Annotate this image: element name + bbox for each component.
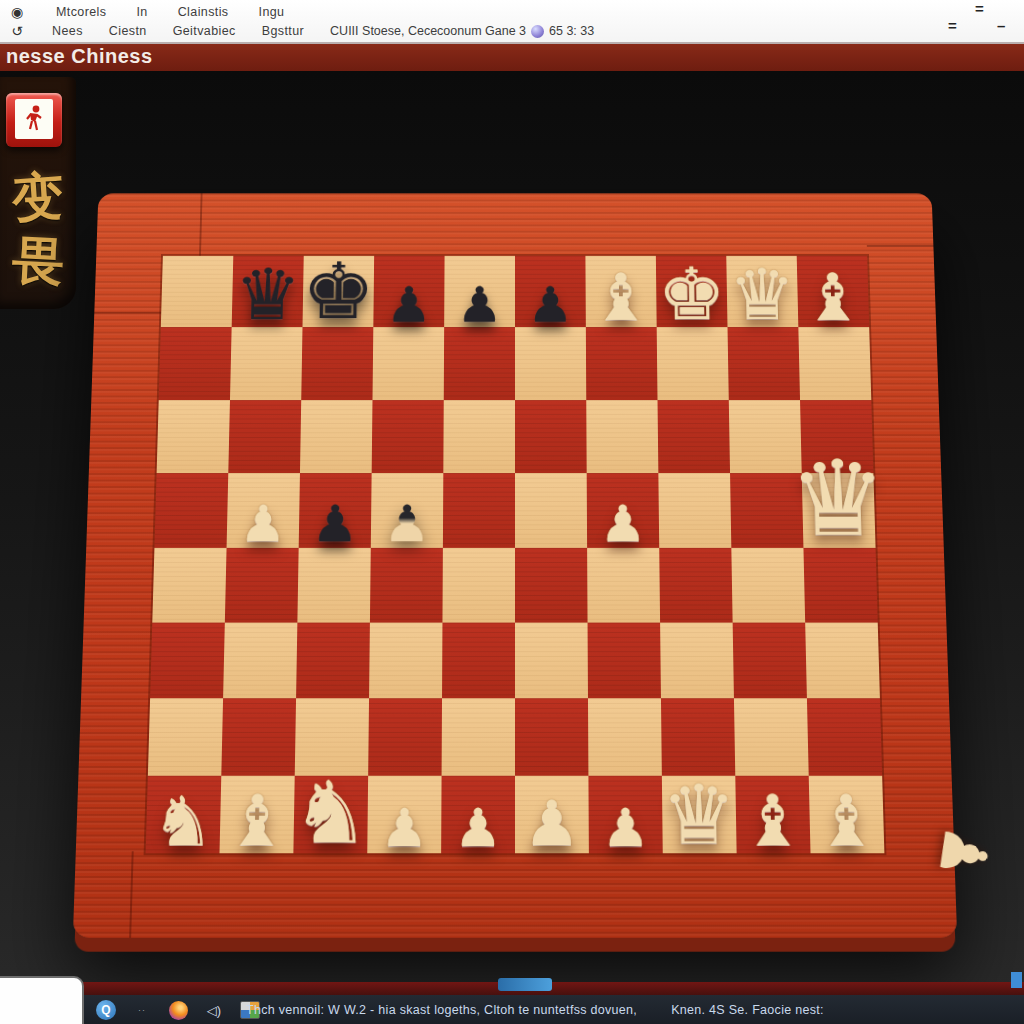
square-r0c0[interactable] <box>161 256 233 328</box>
square-r7c9[interactable]: ♝ <box>809 775 885 853</box>
piece-wB-r7c8[interactable]: ♝ <box>740 788 806 853</box>
square-r1c7[interactable] <box>657 327 729 399</box>
calligraphy-character: 畏 <box>8 226 68 299</box>
square-r0c5[interactable]: ♟ <box>515 256 586 328</box>
square-r5c2[interactable] <box>296 622 370 698</box>
window-title: nesse Chiness <box>0 45 153 68</box>
square-r6c1[interactable] <box>221 698 296 775</box>
menu-item[interactable]: Geitvabiec <box>173 24 236 38</box>
square-r3c7[interactable] <box>658 473 731 547</box>
piece-bK-r0c2[interactable]: ♚ <box>301 256 376 327</box>
mini-icon[interactable]: ·· <box>132 1000 152 1020</box>
piece-wK-r0c7[interactable]: ♚ <box>657 261 726 327</box>
square-r4c4[interactable] <box>442 547 515 622</box>
menu-item[interactable]: Bgsttur <box>262 24 304 38</box>
taskbar-message-left: Thch vennoil: W W.2 - hia skast logeths,… <box>246 1003 637 1017</box>
square-r1c5[interactable] <box>515 327 586 399</box>
piece-wN-r7c0[interactable]: ♞ <box>151 790 215 853</box>
title-bar: nesse Chiness <box>0 42 1024 71</box>
square-r5c3[interactable] <box>369 622 442 698</box>
square-r5c7[interactable] <box>660 622 734 698</box>
square-r3c1[interactable]: ♟ <box>227 473 300 547</box>
square-r3c0[interactable] <box>154 473 228 547</box>
square-r7c2[interactable]: ♞ <box>293 775 368 853</box>
volume-icon[interactable]: ◁) <box>204 1000 224 1020</box>
square-r4c6[interactable] <box>587 547 660 622</box>
square-r3c2[interactable]: ♟ <box>299 473 372 547</box>
frame-seam <box>199 193 203 255</box>
square-r7c4[interactable]: ♟ <box>441 775 515 853</box>
square-r2c0[interactable] <box>157 400 230 473</box>
square-r1c8[interactable] <box>728 327 801 399</box>
menu-bar: ◉ Mtcorels In Clainstis Ingu ↺ Nees Cies… <box>0 0 1024 44</box>
frame-seam <box>867 245 934 247</box>
piece-wP-r7c4[interactable]: ♟ <box>454 804 502 853</box>
window-control-icon[interactable]: = <box>975 0 984 17</box>
piece-wP-r7c5[interactable]: ♟ <box>523 795 580 853</box>
search-icon[interactable]: Q <box>96 1000 116 1020</box>
piece-wP-r7c3[interactable]: ♟ <box>380 804 429 853</box>
square-r4c5[interactable] <box>515 547 588 622</box>
eye-icon[interactable]: ◉ <box>8 4 26 20</box>
square-r0c2[interactable]: ♚ <box>302 256 374 328</box>
piece-bP-r0c3[interactable]: ♟ <box>386 283 433 328</box>
square-r7c7[interactable]: ♛ <box>662 775 737 853</box>
square-r2c1[interactable] <box>228 400 301 473</box>
square-r1c6[interactable] <box>586 327 658 399</box>
square-r3c6[interactable]: ♟ <box>587 473 660 547</box>
piece-wB-r7c1[interactable]: ♝ <box>224 788 290 853</box>
menu-item[interactable]: Ingu <box>259 5 285 19</box>
square-r5c5[interactable] <box>515 622 588 698</box>
window-control-icon[interactable]: = <box>948 17 957 34</box>
square-r2c7[interactable] <box>658 400 731 473</box>
square-r5c0[interactable] <box>150 622 225 698</box>
square-r1c9[interactable] <box>798 327 871 399</box>
piece-wB-r0c9[interactable]: ♝ <box>801 268 864 328</box>
red-figure-icon <box>23 104 45 134</box>
fallen-piece[interactable]: ♟ <box>924 820 1004 887</box>
menu-item[interactable]: Clainstis <box>178 5 229 19</box>
square-r2c2[interactable] <box>300 400 373 473</box>
app-icon-frame <box>15 99 53 139</box>
game-stage: 变 畏 ♛♚♟♟♟♝♚♛♝♟♟♟♟♛♞♝♞♟♟♟♟♛♝♝ ♟ <box>0 71 1024 1024</box>
square-r0c8[interactable]: ♛ <box>726 256 798 328</box>
square-r5c4[interactable] <box>442 622 515 698</box>
square-r4c7[interactable] <box>659 547 732 622</box>
square-r7c5[interactable]: ♟ <box>515 775 589 853</box>
square-r6c9[interactable] <box>807 698 882 775</box>
square-r6c0[interactable] <box>148 698 223 775</box>
square-r5c6[interactable] <box>588 622 661 698</box>
square-r5c8[interactable] <box>733 622 807 698</box>
square-r0c3[interactable]: ♟ <box>373 256 444 328</box>
undo-icon[interactable]: ↺ <box>8 23 26 39</box>
firefox-icon[interactable] <box>169 1001 188 1020</box>
piece-bP-r0c5[interactable]: ♟ <box>527 283 573 328</box>
chess-board: ♛♚♟♟♟♝♚♛♝♟♟♟♟♛♞♝♞♟♟♟♟♛♝♝ ♟ <box>73 193 957 937</box>
square-r7c1[interactable]: ♝ <box>219 775 294 853</box>
clock-text: 65 3: 33 <box>549 24 594 38</box>
piece-wP-r3c1[interactable]: ♟ <box>239 501 287 548</box>
taskbar-message-right: Knen. 4S Se. Faocie nest: <box>671 1003 824 1017</box>
square-r1c1[interactable] <box>230 327 303 399</box>
sidebar-panel: 变 畏 <box>0 77 76 309</box>
square-r7c6[interactable]: ♟ <box>588 775 662 853</box>
square-r7c0[interactable]: ♞ <box>146 775 222 853</box>
frame-seam <box>129 851 134 937</box>
square-r3c3[interactable]: ♟ <box>371 473 444 547</box>
blue-indicator <box>1011 972 1022 988</box>
calligraphy-character: 变 <box>8 161 69 235</box>
square-r4c2[interactable] <box>297 547 370 622</box>
square-r5c9[interactable] <box>805 622 880 698</box>
square-r3c4[interactable] <box>443 473 515 547</box>
status-text-wrap: CUIII Stoese, Cececoonum Gane 3 65 3: 33 <box>330 24 594 38</box>
square-r4c1[interactable] <box>225 547 299 622</box>
square-r6c4[interactable] <box>442 698 515 775</box>
square-r7c3[interactable]: ♟ <box>367 775 441 853</box>
square-r0c1[interactable]: ♛ <box>232 256 304 328</box>
menu-row-1: ◉ Mtcorels In Clainstis Ingu <box>0 2 284 22</box>
piece-wB-r7c9[interactable]: ♝ <box>814 788 880 853</box>
piece-bQ-r0c1[interactable]: ♛ <box>234 263 302 328</box>
square-r7c8[interactable]: ♝ <box>735 775 810 853</box>
square-r4c3[interactable] <box>370 547 443 622</box>
menu-item[interactable]: Mtcorels <box>56 5 106 19</box>
board-grid: ♛♚♟♟♟♝♚♛♝♟♟♟♟♛♞♝♞♟♟♟♟♛♝♝ <box>146 256 885 853</box>
square-r2c3[interactable] <box>372 400 444 473</box>
square-r2c4[interactable] <box>443 400 515 473</box>
square-r0c9[interactable]: ♝ <box>797 256 869 328</box>
piece-wN-r7c2[interactable]: ♞ <box>291 774 371 853</box>
square-r6c6[interactable] <box>588 698 662 775</box>
search-panel[interactable] <box>0 976 84 1024</box>
menu-item[interactable]: In <box>136 5 147 19</box>
square-r0c4[interactable]: ♟ <box>444 256 515 328</box>
taskbar-message: Thch vennoil: W W.2 - hia skast logeths,… <box>246 1003 824 1017</box>
square-r6c3[interactable] <box>368 698 442 775</box>
piece-wP-r3c6[interactable]: ♟ <box>599 501 646 548</box>
orb-icon <box>531 25 544 38</box>
square-r6c5[interactable] <box>515 698 588 775</box>
piece-bP-r3c2[interactable]: ♟ <box>311 501 359 548</box>
piece-wB-r0c6[interactable]: ♝ <box>590 268 652 328</box>
piece-wQ-r7c7[interactable]: ♛ <box>661 777 737 853</box>
square-r3c9[interactable]: ♛ <box>802 473 876 547</box>
square-r6c7[interactable] <box>661 698 735 775</box>
piece-wQ-r3c9[interactable]: ♛ <box>788 451 888 547</box>
menu-item[interactable]: Ciestn <box>109 24 147 38</box>
frame-seam <box>94 312 161 314</box>
square-r1c2[interactable] <box>301 327 373 399</box>
square-r2c5[interactable] <box>515 400 587 473</box>
square-r5c1[interactable] <box>223 622 297 698</box>
square-r3c5[interactable] <box>515 473 587 547</box>
menu-item[interactable]: Nees <box>52 24 83 38</box>
app-button[interactable] <box>6 93 62 147</box>
menu-row-2: ↺ Nees Ciestn Geitvabiec Bgsttur CUIII S… <box>0 21 594 41</box>
progress-chip <box>498 978 552 991</box>
square-r4c0[interactable] <box>152 547 226 622</box>
square-r0c7[interactable]: ♚ <box>656 256 728 328</box>
square-r0c6[interactable]: ♝ <box>585 256 656 328</box>
piece-wQ-r0c8[interactable]: ♛ <box>728 263 796 328</box>
piece-bP-r0c4[interactable]: ♟ <box>456 283 502 328</box>
square-r6c8[interactable] <box>734 698 809 775</box>
square-r1c4[interactable] <box>444 327 515 399</box>
square-r2c6[interactable] <box>586 400 658 473</box>
square-r1c3[interactable] <box>372 327 444 399</box>
piece-xP-r3c3[interactable]: ♟ <box>383 501 430 548</box>
piece-wP-r7c6[interactable]: ♟ <box>601 804 650 853</box>
status-text: CUIII Stoese, Cececoonum Gane 3 <box>330 24 526 38</box>
taskbar-icons: Q ·· ◁) <box>96 1000 260 1020</box>
square-r1c0[interactable] <box>159 327 232 399</box>
minimize-icon[interactable]: – <box>997 17 1005 34</box>
